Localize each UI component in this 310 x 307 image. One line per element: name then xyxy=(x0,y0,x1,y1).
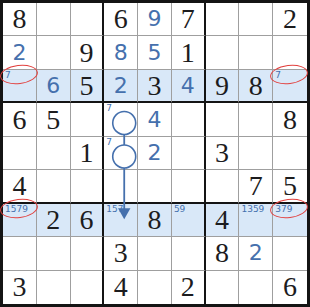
cell-r3c4[interactable]: 2 xyxy=(104,70,138,103)
cell-r4c3[interactable] xyxy=(71,103,105,136)
cell-r1c3[interactable] xyxy=(71,3,105,36)
given-digit: 6 xyxy=(114,5,128,33)
given-digit: 3 xyxy=(147,72,161,100)
cell-r1c8[interactable] xyxy=(239,3,273,36)
given-digit: 6 xyxy=(283,273,297,301)
cell-r6c7[interactable] xyxy=(206,170,240,203)
given-digit: 9 xyxy=(79,39,93,67)
cell-r6c6[interactable] xyxy=(172,170,206,203)
cell-r7c5[interactable]: 8 xyxy=(138,204,172,237)
solved-digit: 9 xyxy=(147,8,161,30)
pencil-marks: 1579 xyxy=(5,205,28,214)
cell-r6c2[interactable] xyxy=(37,170,71,203)
given-digit: 3 xyxy=(215,139,229,167)
pencil-marks: 7 xyxy=(5,71,11,80)
cell-r1c1[interactable]: 8 xyxy=(3,3,37,36)
cell-r3c7[interactable]: 9 xyxy=(206,70,240,103)
cell-r7c2[interactable]: 2 xyxy=(37,204,71,237)
given-digit: 8 xyxy=(147,206,161,234)
pencil-marks: 7 xyxy=(106,104,112,113)
cell-r4c1[interactable]: 6 xyxy=(3,103,37,136)
cell-r7c9[interactable]: 379 xyxy=(273,204,307,237)
given-digit: 8 xyxy=(12,5,26,33)
cell-r2c7[interactable] xyxy=(206,36,240,69)
cell-r7c1[interactable]: 1579 xyxy=(3,204,37,237)
pencil-marks: 157 xyxy=(106,205,123,214)
given-digit: 5 xyxy=(79,72,93,100)
pencil-marks: 7 xyxy=(275,71,281,80)
cell-r1c2[interactable] xyxy=(37,3,71,36)
cell-r2c5[interactable]: 5 xyxy=(138,36,172,69)
cell-r9c5[interactable] xyxy=(138,271,172,304)
given-digit: 5 xyxy=(46,106,60,134)
cell-r2c9[interactable] xyxy=(273,36,307,69)
cell-r4c6[interactable] xyxy=(172,103,206,136)
cell-r2c4[interactable]: 8 xyxy=(104,36,138,69)
cell-r5c2[interactable] xyxy=(37,137,71,170)
pencil-marks: 7 xyxy=(106,138,112,147)
solved-digit: 6 xyxy=(46,75,60,97)
pencil-marks: 59 xyxy=(174,205,185,214)
cell-r3c6[interactable]: 4 xyxy=(172,70,206,103)
cell-r6c4[interactable] xyxy=(104,170,138,203)
cell-r3c8[interactable]: 8 xyxy=(239,70,273,103)
cell-r7c4[interactable]: 157 xyxy=(104,204,138,237)
cell-r8c2[interactable] xyxy=(37,237,71,270)
given-digit: 6 xyxy=(12,106,26,134)
cell-r5c5[interactable]: 2 xyxy=(138,137,172,170)
cell-r3c1[interactable]: 7 xyxy=(3,70,37,103)
cell-r9c3[interactable] xyxy=(71,271,105,304)
cell-r1c4[interactable]: 6 xyxy=(104,3,138,36)
solved-digit: 5 xyxy=(147,42,161,64)
sudoku-board: 8697229851765234987657481723475157926157… xyxy=(0,0,310,307)
cell-r1c7[interactable] xyxy=(206,3,240,36)
cell-r9c1[interactable]: 3 xyxy=(3,271,37,304)
cell-r4c8[interactable] xyxy=(239,103,273,136)
cell-r5c3[interactable]: 1 xyxy=(71,137,105,170)
cell-r9c2[interactable] xyxy=(37,271,71,304)
pencil-marks: 1359 xyxy=(241,205,264,214)
given-digit: 2 xyxy=(46,206,60,234)
given-digit: 1 xyxy=(79,139,93,167)
cell-r5c4[interactable]: 7 xyxy=(104,137,138,170)
cell-r3c5[interactable]: 3 xyxy=(138,70,172,103)
cell-r8c6[interactable] xyxy=(172,237,206,270)
given-digit: 1 xyxy=(181,39,195,67)
solved-digit: 2 xyxy=(12,42,26,64)
cell-r9c8[interactable] xyxy=(239,271,273,304)
cell-r8c4[interactable]: 3 xyxy=(104,237,138,270)
cell-r1c5[interactable]: 9 xyxy=(138,3,172,36)
given-digit: 4 xyxy=(215,206,229,234)
given-digit: 6 xyxy=(79,206,93,234)
given-digit: 8 xyxy=(249,72,263,100)
given-digit: 9 xyxy=(215,72,229,100)
cell-r6c1[interactable]: 4 xyxy=(3,170,37,203)
solved-digit: 2 xyxy=(147,142,161,164)
cell-r2c2[interactable] xyxy=(37,36,71,69)
given-digit: 4 xyxy=(114,273,128,301)
cell-r1c6[interactable]: 7 xyxy=(172,3,206,36)
cell-r5c6[interactable] xyxy=(172,137,206,170)
given-digit: 8 xyxy=(215,239,229,267)
cell-r2c8[interactable] xyxy=(239,36,273,69)
solved-digit: 8 xyxy=(114,42,128,64)
cell-r3c3[interactable]: 5 xyxy=(71,70,105,103)
cell-r4c2[interactable]: 5 xyxy=(37,103,71,136)
cell-r2c3[interactable]: 9 xyxy=(71,36,105,69)
given-digit: 2 xyxy=(283,5,297,33)
cell-r8c8[interactable]: 2 xyxy=(239,237,273,270)
cell-r7c8[interactable]: 1359 xyxy=(239,204,273,237)
cell-r8c7[interactable]: 8 xyxy=(206,237,240,270)
given-digit: 4 xyxy=(12,172,26,200)
given-digit: 3 xyxy=(114,239,128,267)
cell-r4c4[interactable]: 7 xyxy=(104,103,138,136)
pencil-marks: 379 xyxy=(275,205,292,214)
given-digit: 8 xyxy=(283,106,297,134)
solved-digit: 4 xyxy=(181,75,195,97)
cell-r6c8[interactable]: 7 xyxy=(239,170,273,203)
cell-r7c3[interactable]: 6 xyxy=(71,204,105,237)
given-digit: 5 xyxy=(283,172,297,200)
cell-r7c7[interactable]: 4 xyxy=(206,204,240,237)
solved-digit: 2 xyxy=(114,75,128,97)
cell-r9c7[interactable] xyxy=(206,271,240,304)
cell-r6c3[interactable] xyxy=(71,170,105,203)
cell-r8c9[interactable] xyxy=(273,237,307,270)
given-digit: 2 xyxy=(181,273,195,301)
given-digit: 3 xyxy=(12,273,26,301)
cell-r2c6[interactable]: 1 xyxy=(172,36,206,69)
given-digit: 7 xyxy=(249,172,263,200)
cell-r1c9[interactable]: 2 xyxy=(273,3,307,36)
cell-r5c8[interactable] xyxy=(239,137,273,170)
cell-r8c5[interactable] xyxy=(138,237,172,270)
cell-r7c6[interactable]: 59 xyxy=(172,204,206,237)
cell-r9c9[interactable]: 6 xyxy=(273,271,307,304)
cell-r9c6[interactable]: 2 xyxy=(172,271,206,304)
cell-r5c9[interactable] xyxy=(273,137,307,170)
cell-r3c9[interactable]: 7 xyxy=(273,70,307,103)
cell-r4c5[interactable]: 4 xyxy=(138,103,172,136)
cell-r8c1[interactable] xyxy=(3,237,37,270)
cell-r2c1[interactable]: 2 xyxy=(3,36,37,69)
cell-r4c9[interactable]: 8 xyxy=(273,103,307,136)
cell-r6c5[interactable] xyxy=(138,170,172,203)
cell-r5c7[interactable]: 3 xyxy=(206,137,240,170)
solved-digit: 2 xyxy=(249,242,263,264)
solved-digit: 4 xyxy=(147,109,161,131)
cell-r4c7[interactable] xyxy=(206,103,240,136)
cell-r3c2[interactable]: 6 xyxy=(37,70,71,103)
given-digit: 7 xyxy=(181,5,195,33)
cell-r5c1[interactable] xyxy=(3,137,37,170)
cell-r9c4[interactable]: 4 xyxy=(104,271,138,304)
cell-r8c3[interactable] xyxy=(71,237,105,270)
cell-r6c9[interactable]: 5 xyxy=(273,170,307,203)
